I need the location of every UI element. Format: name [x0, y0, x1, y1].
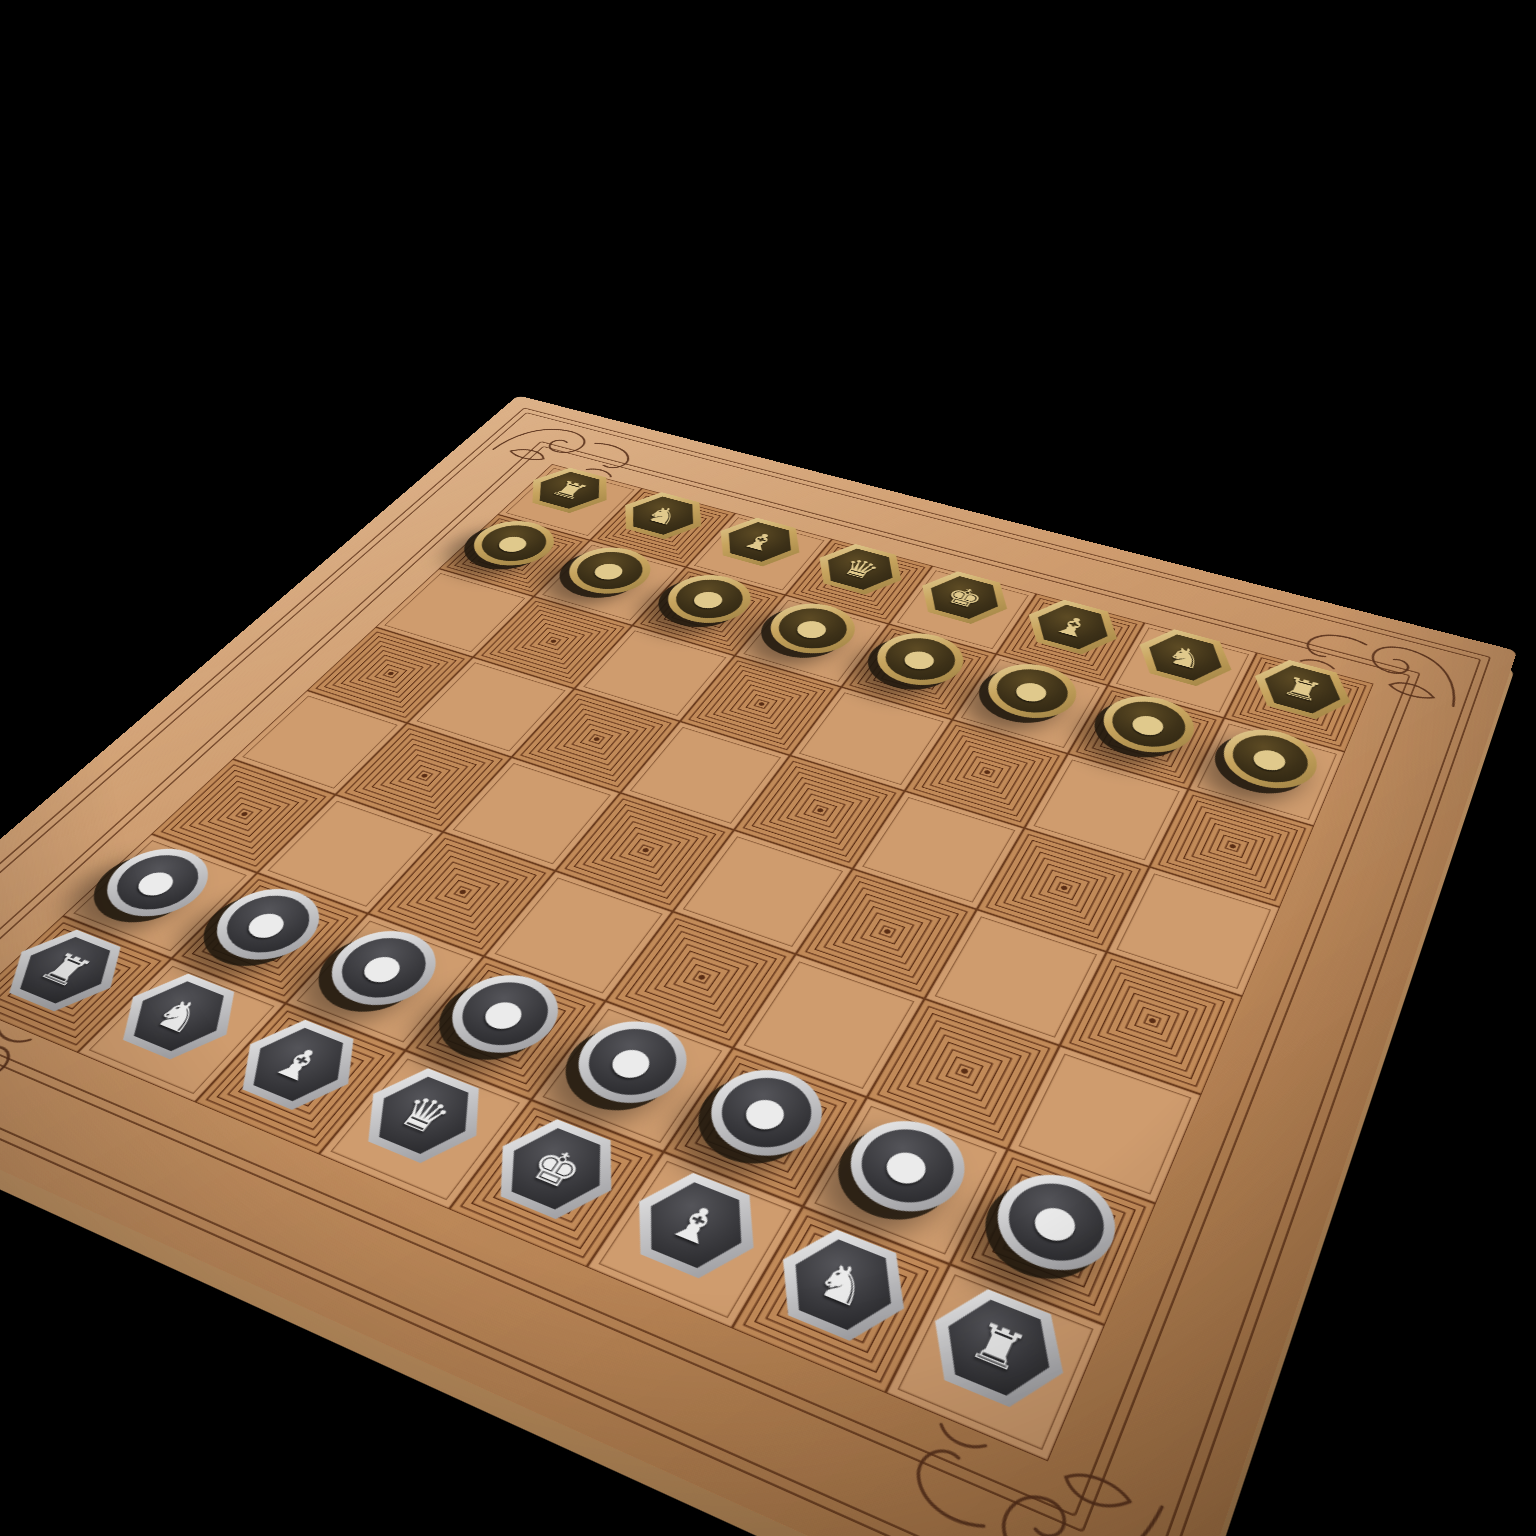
piece-white-pawn-h2[interactable]: ● — [980, 1160, 1130, 1287]
piece-white-pawn-g2[interactable]: ● — [832, 1107, 981, 1228]
photo-stage: ♜♞♝♛♚♝♞♜●●●●●●●●●●●●●●●●♜♞♝♛♚♝♞♜ — [0, 0, 1536, 1536]
piece-white-bishop-c1[interactable]: ♝ — [218, 1010, 378, 1120]
piece-white-pawn-a2[interactable]: ● — [86, 838, 228, 928]
piece-white-pawn-d2[interactable]: ● — [432, 963, 578, 1067]
chess-board: ♜♞♝♛♚♝♞♜●●●●●●●●●●●●●●●●♜♞♝♛♚♝♞♜ — [0, 395, 1517, 1536]
scene: ♜♞♝♛♚♝♞♜●●●●●●●●●●●●●●●●♜♞♝♛♚♝♞♜ — [0, 0, 1536, 1536]
piece-white-rook-a1[interactable]: ♜ — [0, 921, 143, 1021]
